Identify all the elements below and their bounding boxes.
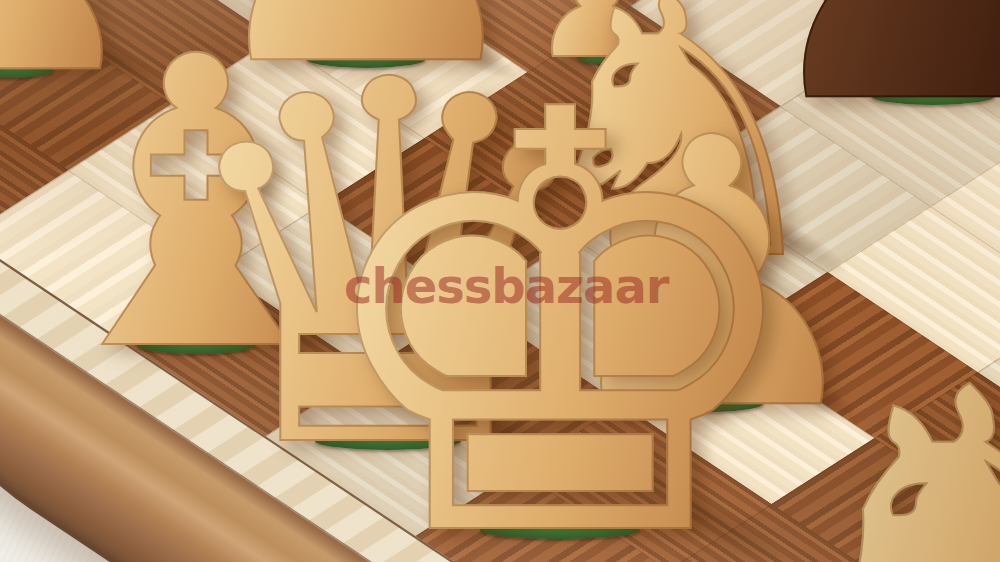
white-knight-foreground: ♞ (761, 325, 1000, 562)
chess-photo: ♟♟♟♟♞♟♝♛♚♞ chessbazaar (0, 0, 1000, 562)
watermark: chessbazaar (344, 258, 668, 314)
